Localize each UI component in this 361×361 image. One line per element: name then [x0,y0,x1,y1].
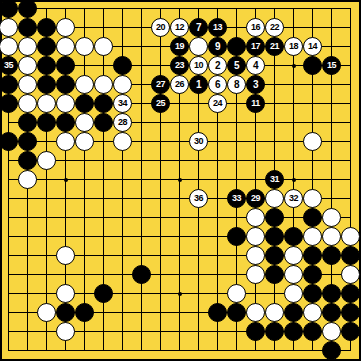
go-board: 2012713162219917211814352310254152726168… [0,0,361,361]
white-stone[interactable] [303,303,322,322]
black-stone[interactable] [227,37,246,56]
white-stone[interactable] [75,37,94,56]
black-stone[interactable] [322,246,341,265]
white-stone[interactable] [37,151,56,170]
white-stone[interactable] [18,56,37,75]
white-stone[interactable] [18,37,37,56]
black-stone[interactable] [37,113,56,132]
black-stone[interactable] [341,303,360,322]
black-stone[interactable] [56,56,75,75]
black-stone[interactable] [303,246,322,265]
white-stone[interactable] [246,208,265,227]
black-stone[interactable] [303,265,322,284]
grid-hline [8,217,351,218]
black-stone[interactable] [227,303,246,322]
black-stone-move-11[interactable]: 11 [246,94,265,113]
black-stone[interactable] [56,113,75,132]
white-stone[interactable] [0,37,18,56]
black-stone[interactable] [18,0,37,18]
white-stone[interactable] [341,227,360,246]
black-stone[interactable] [37,37,56,56]
white-stone-move-22[interactable]: 22 [265,18,284,37]
black-stone-move-17[interactable]: 17 [246,37,265,56]
white-stone-move-24[interactable]: 24 [208,94,227,113]
white-stone[interactable] [75,132,94,151]
black-stone[interactable] [303,322,322,341]
white-stone[interactable] [56,322,75,341]
black-stone[interactable] [18,113,37,132]
white-stone[interactable] [113,75,132,94]
star-point [178,292,182,296]
star-point [64,178,68,182]
white-stone[interactable] [56,284,75,303]
white-stone[interactable] [303,189,322,208]
white-stone-move-28[interactable]: 28 [113,113,132,132]
black-stone[interactable] [284,227,303,246]
black-stone[interactable] [284,303,303,322]
black-stone-move-19[interactable]: 19 [170,37,189,56]
white-stone[interactable] [189,37,208,56]
black-stone[interactable] [322,341,341,360]
white-stone[interactable] [265,189,284,208]
black-stone[interactable] [75,303,94,322]
white-stone[interactable] [284,246,303,265]
black-stone-move-5[interactable]: 5 [227,56,246,75]
black-stone[interactable] [0,132,18,151]
white-stone[interactable] [322,322,341,341]
white-stone[interactable] [56,37,75,56]
white-stone[interactable] [113,132,132,151]
black-stone-move-1[interactable]: 1 [189,75,208,94]
black-stone[interactable] [0,94,18,113]
white-stone[interactable] [284,265,303,284]
black-stone[interactable] [265,265,284,284]
white-stone[interactable] [341,265,360,284]
white-stone[interactable] [18,170,37,189]
white-stone-move-10[interactable]: 10 [189,56,208,75]
white-stone-move-36[interactable]: 36 [189,189,208,208]
white-stone[interactable] [75,75,94,94]
black-stone-move-27[interactable]: 27 [151,75,170,94]
black-stone-move-9[interactable]: 9 [208,37,227,56]
white-stone-move-14[interactable]: 14 [303,37,322,56]
black-stone-move-31[interactable]: 31 [265,170,284,189]
black-stone[interactable] [18,151,37,170]
black-stone-move-13[interactable]: 13 [208,18,227,37]
black-stone[interactable] [208,303,227,322]
white-stone-move-20[interactable]: 20 [151,18,170,37]
white-stone-move-34[interactable]: 34 [113,94,132,113]
white-stone[interactable] [94,75,113,94]
white-stone[interactable] [303,132,322,151]
white-stone-move-18[interactable]: 18 [284,37,303,56]
white-stone[interactable] [246,265,265,284]
white-stone[interactable] [246,246,265,265]
star-point [178,178,182,182]
star-point [292,64,296,68]
white-stone[interactable] [227,284,246,303]
white-stone[interactable] [56,18,75,37]
black-stone[interactable] [37,75,56,94]
black-stone-move-29[interactable]: 29 [246,189,265,208]
grid-hline [8,350,351,351]
white-stone-move-32[interactable]: 32 [284,189,303,208]
white-stone[interactable] [18,75,37,94]
white-stone[interactable] [322,208,341,227]
white-stone[interactable] [18,94,37,113]
black-stone[interactable] [94,284,113,303]
black-stone[interactable] [132,265,151,284]
black-stone-move-33[interactable]: 33 [227,189,246,208]
black-stone[interactable] [18,18,37,37]
black-stone[interactable] [94,113,113,132]
white-stone-move-30[interactable]: 30 [189,132,208,151]
white-stone-move-8[interactable]: 8 [227,75,246,94]
white-stone[interactable] [284,284,303,303]
white-stone[interactable] [56,246,75,265]
black-stone[interactable] [75,94,94,113]
black-stone-move-25[interactable]: 25 [151,94,170,113]
black-stone[interactable] [246,322,265,341]
white-stone[interactable] [322,227,341,246]
white-stone[interactable] [75,113,94,132]
black-stone-move-21[interactable]: 21 [265,37,284,56]
white-stone[interactable] [56,132,75,151]
white-stone[interactable] [56,94,75,113]
black-stone-move-7[interactable]: 7 [189,18,208,37]
black-stone-move-15[interactable]: 15 [322,56,341,75]
white-stone-move-2[interactable]: 2 [208,56,227,75]
star-point [292,178,296,182]
black-stone-move-23[interactable]: 23 [170,56,189,75]
black-stone[interactable] [56,303,75,322]
black-stone[interactable] [94,94,113,113]
white-stone[interactable] [0,18,18,37]
white-stone[interactable] [265,303,284,322]
black-stone[interactable] [227,227,246,246]
black-stone[interactable] [56,75,75,94]
black-stone[interactable] [265,322,284,341]
black-stone[interactable] [113,56,132,75]
black-stone[interactable] [341,322,360,341]
white-stone[interactable] [37,303,56,322]
white-stone-move-4[interactable]: 4 [246,56,265,75]
white-stone-move-6[interactable]: 6 [208,75,227,94]
white-stone[interactable] [303,227,322,246]
black-stone-move-35[interactable]: 35 [0,56,18,75]
black-stone[interactable] [265,208,284,227]
white-stone[interactable] [94,37,113,56]
black-stone[interactable] [341,246,360,265]
black-stone[interactable] [265,246,284,265]
black-stone[interactable] [284,322,303,341]
black-stone[interactable] [265,227,284,246]
white-stone-move-26[interactable]: 26 [170,75,189,94]
black-stone[interactable] [18,132,37,151]
black-stone[interactable] [0,0,18,18]
white-stone[interactable] [37,94,56,113]
black-stone[interactable] [341,284,360,303]
white-stone-move-12[interactable]: 12 [170,18,189,37]
black-stone[interactable] [303,208,322,227]
black-stone[interactable] [303,284,322,303]
black-stone[interactable] [303,56,322,75]
white-stone[interactable] [246,227,265,246]
black-stone[interactable] [37,18,56,37]
white-stone-move-16[interactable]: 16 [246,18,265,37]
black-stone[interactable] [37,56,56,75]
black-stone[interactable] [322,303,341,322]
black-stone[interactable] [0,75,18,94]
white-stone[interactable] [246,303,265,322]
black-stone-move-3[interactable]: 3 [246,75,265,94]
black-stone[interactable] [322,284,341,303]
